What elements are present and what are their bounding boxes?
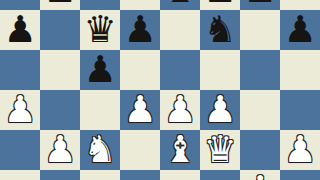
square-b3[interactable]: ♟ (40, 130, 80, 170)
white-pawn[interactable]: ♟ (160, 90, 200, 130)
square-a6[interactable]: ♟ (0, 10, 40, 50)
square-h3[interactable]: ♟ (280, 130, 320, 170)
square-a5[interactable] (0, 50, 40, 90)
square-e3[interactable]: ♝ (160, 130, 200, 170)
square-e5[interactable] (160, 50, 200, 90)
square-g2[interactable]: ♟ (240, 170, 280, 180)
square-c6[interactable]: ♛ (80, 10, 120, 50)
square-b5[interactable] (40, 50, 80, 90)
black-pawn[interactable]: ♟ (120, 10, 160, 50)
square-a2[interactable] (0, 170, 40, 180)
square-d5[interactable] (120, 50, 160, 90)
white-pawn[interactable]: ♟ (240, 170, 280, 180)
square-e6[interactable] (160, 10, 200, 50)
square-d3[interactable] (120, 130, 160, 170)
square-f2[interactable] (200, 170, 240, 180)
white-pawn[interactable]: ♟ (40, 130, 80, 170)
square-b6[interactable] (40, 10, 80, 50)
square-f4[interactable]: ♟ (200, 90, 240, 130)
black-knight[interactable]: ♞ (200, 10, 240, 50)
chessboard-viewport: ♟♝♟♟♟♛♟♞♟♟♟♟♟♟♟♞♝♛♟♟ (0, 0, 320, 180)
black-pawn[interactable]: ♟ (280, 10, 320, 50)
square-g4[interactable] (240, 90, 280, 130)
square-b2[interactable] (40, 170, 80, 180)
square-g6[interactable] (240, 10, 280, 50)
square-a3[interactable] (0, 130, 40, 170)
square-b4[interactable] (40, 90, 80, 130)
square-g5[interactable] (240, 50, 280, 90)
square-c4[interactable] (80, 90, 120, 130)
white-pawn[interactable]: ♟ (280, 130, 320, 170)
square-g3[interactable] (240, 130, 280, 170)
black-bishop[interactable]: ♝ (160, 0, 200, 10)
white-bishop[interactable]: ♝ (160, 130, 200, 170)
square-a4[interactable]: ♟ (0, 90, 40, 130)
square-d2[interactable] (120, 170, 160, 180)
square-e2[interactable] (160, 170, 200, 180)
white-pawn[interactable]: ♟ (200, 90, 240, 130)
square-d6[interactable]: ♟ (120, 10, 160, 50)
square-h6[interactable]: ♟ (280, 10, 320, 50)
black-pawn[interactable]: ♟ (80, 50, 120, 90)
square-c5[interactable]: ♟ (80, 50, 120, 90)
black-pawn[interactable]: ♟ (240, 0, 280, 10)
black-queen[interactable]: ♛ (80, 10, 120, 50)
square-f6[interactable]: ♞ (200, 10, 240, 50)
white-queen[interactable]: ♛ (200, 130, 240, 170)
square-g7[interactable]: ♟ (240, 0, 280, 10)
chess-board: ♟♝♟♟♟♛♟♞♟♟♟♟♟♟♟♞♝♛♟♟ (0, 0, 320, 180)
black-pawn[interactable]: ♟ (40, 0, 80, 10)
square-h2[interactable] (280, 170, 320, 180)
square-d4[interactable]: ♟ (120, 90, 160, 130)
black-pawn[interactable]: ♟ (0, 10, 40, 50)
square-e4[interactable]: ♟ (160, 90, 200, 130)
white-pawn[interactable]: ♟ (0, 90, 40, 130)
white-knight[interactable]: ♞ (80, 130, 120, 170)
square-h5[interactable] (280, 50, 320, 90)
square-c3[interactable]: ♞ (80, 130, 120, 170)
square-b7[interactable]: ♟ (40, 0, 80, 10)
square-e7[interactable]: ♝ (160, 0, 200, 10)
square-f3[interactable]: ♛ (200, 130, 240, 170)
white-pawn[interactable]: ♟ (120, 90, 160, 130)
square-h4[interactable] (280, 90, 320, 130)
square-c2[interactable] (80, 170, 120, 180)
square-f5[interactable] (200, 50, 240, 90)
